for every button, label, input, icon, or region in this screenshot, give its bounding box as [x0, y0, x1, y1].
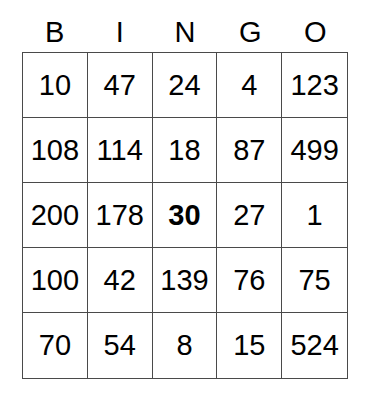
bingo-cell-r3c2[interactable]: 139: [153, 248, 218, 313]
header-letter-n: N: [152, 0, 217, 52]
header-letter-b: B: [22, 0, 87, 52]
bingo-cell-r3c1[interactable]: 42: [88, 248, 153, 313]
bingo-header: B I N G O: [22, 0, 348, 52]
bingo-card: B I N G O 10 47 24 4 123 108 114 18 87 4…: [22, 0, 348, 379]
bingo-cell-center[interactable]: 30: [153, 183, 218, 248]
bingo-cell-r3c3[interactable]: 76: [217, 248, 282, 313]
bingo-cell-r1c2[interactable]: 18: [153, 118, 218, 183]
bingo-cell-r4c3[interactable]: 15: [217, 313, 282, 378]
header-letter-i: I: [87, 0, 152, 52]
header-letter-o: O: [283, 0, 348, 52]
bingo-cell-r1c1[interactable]: 114: [88, 118, 153, 183]
bingo-cell-r0c1[interactable]: 47: [88, 53, 153, 118]
bingo-cell-r3c4[interactable]: 75: [282, 248, 347, 313]
bingo-cell-r2c4[interactable]: 1: [282, 183, 347, 248]
header-letter-g: G: [218, 0, 283, 52]
bingo-cell-r2c0[interactable]: 200: [23, 183, 88, 248]
bingo-cell-r4c4[interactable]: 524: [282, 313, 347, 378]
bingo-board: 10 47 24 4 123 108 114 18 87 499 200 178…: [22, 52, 348, 379]
bingo-cell-r0c3[interactable]: 4: [217, 53, 282, 118]
bingo-cell-r0c0[interactable]: 10: [23, 53, 88, 118]
bingo-cell-r3c0[interactable]: 100: [23, 248, 88, 313]
bingo-cell-r4c2[interactable]: 8: [153, 313, 218, 378]
bingo-cell-r1c3[interactable]: 87: [217, 118, 282, 183]
bingo-cell-r4c0[interactable]: 70: [23, 313, 88, 378]
bingo-cell-r0c2[interactable]: 24: [153, 53, 218, 118]
bingo-cell-r1c4[interactable]: 499: [282, 118, 347, 183]
bingo-cell-r4c1[interactable]: 54: [88, 313, 153, 378]
bingo-cell-r0c4[interactable]: 123: [282, 53, 347, 118]
bingo-cell-r2c1[interactable]: 178: [88, 183, 153, 248]
bingo-cell-r2c3[interactable]: 27: [217, 183, 282, 248]
bingo-cell-r1c0[interactable]: 108: [23, 118, 88, 183]
